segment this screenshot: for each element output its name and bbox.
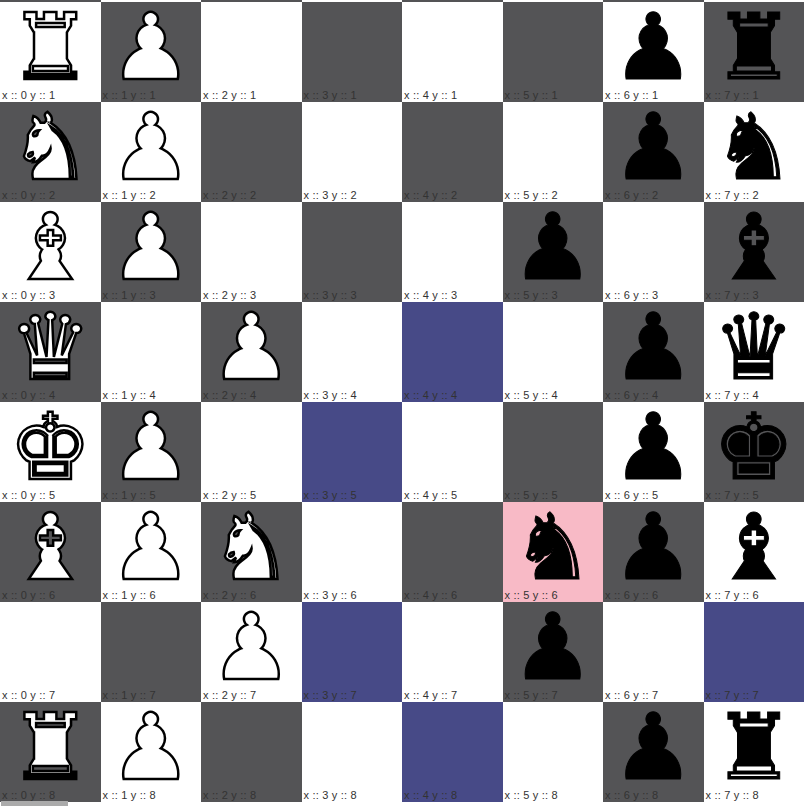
black-pawn-icon[interactable]: ♟ [512, 602, 594, 698]
board-cell-x2-y3[interactable]: x :: 2 y :: 3 [201, 202, 302, 302]
board-cell-x3-y1[interactable]: x :: 3 y :: 1 [302, 2, 403, 102]
board-cell-x5-y3[interactable]: ♟x :: 5 y :: 3 [503, 202, 604, 302]
cell-coordinate-label: x :: 4 y :: 7 [404, 689, 457, 702]
cell-coordinate-label: x :: 1 y :: 7 [103, 689, 156, 702]
board-cell-x3-y2[interactable]: x :: 3 y :: 2 [302, 102, 403, 202]
cell-coordinate-label: x :: 7 y :: 2 [706, 189, 759, 202]
board-cell-x4-y7[interactable]: x :: 4 y :: 7 [402, 602, 503, 702]
white-queen-icon[interactable]: ♛ [9, 302, 91, 398]
board-cell-x0-y2[interactable]: ♞x :: 0 y :: 2 [0, 102, 101, 202]
white-pawn-icon[interactable]: ♟ [110, 102, 192, 198]
black-pawn-icon[interactable]: ♟ [612, 702, 694, 798]
board-cell-x5-y7[interactable]: ♟x :: 5 y :: 7 [503, 602, 604, 702]
cell-coordinate-label: x :: 1 y :: 1 [103, 89, 156, 102]
board-cell-x7-y3[interactable]: ♝x :: 7 y :: 3 [704, 202, 804, 302]
cell-coordinate-label: x :: 0 y :: 7 [2, 689, 55, 702]
board-cell-x7-y7[interactable]: x :: 7 y :: 7 [704, 602, 804, 702]
cell-coordinate-label: x :: 6 y :: 3 [605, 289, 658, 302]
black-knight-icon[interactable]: ♞ [512, 502, 594, 598]
cell-coordinate-label: x :: 5 y :: 8 [505, 789, 558, 802]
board-cell-x0-y6[interactable]: ♝x :: 0 y :: 6 [0, 502, 101, 602]
horizontal-scrollbar-thumb[interactable] [1, 801, 68, 806]
chess-app-viewport: ♜x :: 0 y :: 1♟x :: 1 y :: 1x :: 2 y :: … [0, 0, 804, 806]
cell-coordinate-label: x :: 3 y :: 2 [304, 189, 357, 202]
cell-coordinate-label: x :: 4 y :: 8 [404, 789, 457, 802]
white-pawn-icon[interactable]: ♟ [110, 702, 192, 798]
board-cell-x2-y8[interactable]: x :: 2 y :: 8 [201, 702, 302, 802]
cell-coordinate-label: x :: 5 y :: 3 [505, 289, 558, 302]
cell-coordinate-label: x :: 7 y :: 5 [706, 489, 759, 502]
board-cell-x5-y2[interactable]: x :: 5 y :: 2 [503, 102, 604, 202]
cell-coordinate-label: x :: 1 y :: 3 [103, 289, 156, 302]
cell-coordinate-label: x :: 0 y :: 4 [2, 389, 55, 402]
board-cell-x1-y2[interactable]: ♟x :: 1 y :: 2 [101, 102, 202, 202]
cell-coordinate-label: x :: 0 y :: 3 [2, 289, 55, 302]
black-pawn-icon[interactable]: ♟ [612, 402, 694, 498]
board-cell-x7-y2[interactable]: ♞x :: 7 y :: 2 [704, 102, 804, 202]
white-pawn-icon[interactable]: ♟ [110, 2, 192, 98]
cell-coordinate-label: x :: 0 y :: 5 [2, 489, 55, 502]
cell-coordinate-label: x :: 5 y :: 5 [505, 489, 558, 502]
black-pawn-icon[interactable]: ♟ [512, 202, 594, 298]
white-knight-icon[interactable]: ♞ [210, 502, 292, 598]
cell-coordinate-label: x :: 1 y :: 8 [103, 789, 156, 802]
board-cell-x7-y5[interactable]: ♚x :: 7 y :: 5 [704, 402, 804, 502]
cell-coordinate-label: x :: 2 y :: 6 [203, 589, 256, 602]
board-cell-x1-y6[interactable]: ♟x :: 1 y :: 6 [101, 502, 202, 602]
white-rook-icon[interactable]: ♜ [9, 702, 91, 798]
board-cell-x0-y4[interactable]: ♛x :: 0 y :: 4 [0, 302, 101, 402]
board-cell-x4-y1[interactable]: x :: 4 y :: 1 [402, 2, 503, 102]
board-cell-x2-y2[interactable]: x :: 2 y :: 2 [201, 102, 302, 202]
cell-coordinate-label: x :: 0 y :: 2 [2, 189, 55, 202]
cell-coordinate-label: x :: 0 y :: 1 [2, 89, 55, 102]
cell-coordinate-label: x :: 2 y :: 4 [203, 389, 256, 402]
white-pawn-icon[interactable]: ♟ [210, 602, 292, 698]
board-cell-x1-y4[interactable]: x :: 1 y :: 4 [101, 302, 202, 402]
board-cell-x2-y4[interactable]: ♟x :: 2 y :: 4 [201, 302, 302, 402]
cell-coordinate-label: x :: 5 y :: 7 [505, 689, 558, 702]
board-cell-x0-y3[interactable]: ♝x :: 0 y :: 3 [0, 202, 101, 302]
white-knight-icon[interactable]: ♞ [9, 102, 91, 198]
black-pawn-icon[interactable]: ♟ [612, 502, 694, 598]
board-cell-x2-y1[interactable]: x :: 2 y :: 1 [201, 2, 302, 102]
board-cell-x4-y5[interactable]: x :: 4 y :: 5 [402, 402, 503, 502]
board-cell-x1-y8[interactable]: ♟x :: 1 y :: 8 [101, 702, 202, 802]
cell-coordinate-label: x :: 2 y :: 8 [203, 789, 256, 802]
cell-coordinate-label: x :: 4 y :: 5 [404, 489, 457, 502]
cell-coordinate-label: x :: 3 y :: 3 [304, 289, 357, 302]
board-cell-x1-y3[interactable]: ♟x :: 1 y :: 3 [101, 202, 202, 302]
white-pawn-icon[interactable]: ♟ [110, 202, 192, 298]
cell-coordinate-label: x :: 0 y :: 6 [2, 589, 55, 602]
white-bishop-icon[interactable]: ♝ [9, 202, 91, 298]
cell-coordinate-label: x :: 2 y :: 7 [203, 689, 256, 702]
board-cell-x6-y7[interactable]: x :: 6 y :: 7 [603, 602, 704, 702]
white-pawn-icon[interactable]: ♟ [110, 502, 192, 598]
board-cell-x3-y3[interactable]: x :: 3 y :: 3 [302, 202, 403, 302]
cell-coordinate-label: x :: 6 y :: 6 [605, 589, 658, 602]
board-cell-x4-y6[interactable]: x :: 4 y :: 6 [402, 502, 503, 602]
white-bishop-icon[interactable]: ♝ [9, 502, 91, 598]
board-cell-x7-y6[interactable]: ♝x :: 7 y :: 6 [704, 502, 804, 602]
board-cell-x5-y5[interactable]: x :: 5 y :: 5 [503, 402, 604, 502]
cell-coordinate-label: x :: 6 y :: 5 [605, 489, 658, 502]
cell-coordinate-label: x :: 1 y :: 2 [103, 189, 156, 202]
cell-coordinate-label: x :: 4 y :: 4 [404, 389, 457, 402]
board-cell-x0-y7[interactable]: x :: 0 y :: 7 [0, 602, 101, 702]
board-cell-x5-y8[interactable]: x :: 5 y :: 8 [503, 702, 604, 802]
board-cell-x7-y1[interactable]: ♜x :: 7 y :: 1 [704, 2, 804, 102]
black-queen-icon[interactable]: ♛ [713, 302, 795, 398]
black-knight-icon[interactable]: ♞ [713, 102, 795, 198]
cell-coordinate-label: x :: 4 y :: 3 [404, 289, 457, 302]
white-rook-icon[interactable]: ♜ [9, 2, 91, 98]
board-cell-x1-y7[interactable]: x :: 1 y :: 7 [101, 602, 202, 702]
cell-coordinate-label: x :: 1 y :: 4 [103, 389, 156, 402]
white-king-icon[interactable]: ♚ [9, 402, 91, 498]
cell-coordinate-label: x :: 2 y :: 3 [203, 289, 256, 302]
board-cell-x3-y6[interactable]: x :: 3 y :: 6 [302, 502, 403, 602]
chess-board: ♜x :: 0 y :: 1♟x :: 1 y :: 1x :: 2 y :: … [0, 0, 804, 802]
cell-coordinate-label: x :: 3 y :: 1 [304, 89, 357, 102]
board-cell-x6-y4[interactable]: ♟x :: 6 y :: 4 [603, 302, 704, 402]
cell-coordinate-label: x :: 5 y :: 6 [505, 589, 558, 602]
cell-coordinate-label: x :: 1 y :: 6 [103, 589, 156, 602]
cell-coordinate-label: x :: 7 y :: 6 [706, 589, 759, 602]
black-pawn-icon[interactable]: ♟ [612, 102, 694, 198]
board-cell-x4-y3[interactable]: x :: 4 y :: 3 [402, 202, 503, 302]
cell-coordinate-label: x :: 5 y :: 1 [505, 89, 558, 102]
board-cell-x6-y8[interactable]: ♟x :: 6 y :: 8 [603, 702, 704, 802]
board-cell-x4-y4[interactable]: x :: 4 y :: 4 [402, 302, 503, 402]
board-cell-x2-y5[interactable]: x :: 2 y :: 5 [201, 402, 302, 502]
cell-coordinate-label: x :: 6 y :: 8 [605, 789, 658, 802]
board-cell-x6-y5[interactable]: ♟x :: 6 y :: 5 [603, 402, 704, 502]
board-cell-x0-y8[interactable]: ♜x :: 0 y :: 8 [0, 702, 101, 802]
cell-coordinate-label: x :: 6 y :: 7 [605, 689, 658, 702]
cell-coordinate-label: x :: 7 y :: 1 [706, 89, 759, 102]
board-cell-x5-y6[interactable]: ♞x :: 5 y :: 6 [503, 502, 604, 602]
cell-coordinate-label: x :: 7 y :: 8 [706, 789, 759, 802]
cell-coordinate-label: x :: 2 y :: 5 [203, 489, 256, 502]
board-cell-x5-y4[interactable]: x :: 5 y :: 4 [503, 302, 604, 402]
board-cell-x7-y4[interactable]: ♛x :: 7 y :: 4 [704, 302, 804, 402]
board-cell-x1-y5[interactable]: ♟x :: 1 y :: 5 [101, 402, 202, 502]
cell-coordinate-label: x :: 5 y :: 2 [505, 189, 558, 202]
black-king-icon[interactable]: ♚ [713, 402, 795, 498]
board-cell-x3-y5[interactable]: x :: 3 y :: 5 [302, 402, 403, 502]
white-pawn-icon[interactable]: ♟ [110, 402, 192, 498]
cell-coordinate-label: x :: 1 y :: 5 [103, 489, 156, 502]
cell-coordinate-label: x :: 6 y :: 4 [605, 389, 658, 402]
board-cell-x3-y8[interactable]: x :: 3 y :: 8 [302, 702, 403, 802]
black-bishop-icon[interactable]: ♝ [713, 202, 795, 298]
board-cell-x3-y7[interactable]: x :: 3 y :: 7 [302, 602, 403, 702]
black-rook-icon[interactable]: ♜ [713, 2, 795, 98]
cell-coordinate-label: x :: 3 y :: 5 [304, 489, 357, 502]
black-rook-icon[interactable]: ♜ [713, 702, 795, 798]
cell-coordinate-label: x :: 2 y :: 1 [203, 89, 256, 102]
cell-coordinate-label: x :: 3 y :: 4 [304, 389, 357, 402]
cell-coordinate-label: x :: 7 y :: 4 [706, 389, 759, 402]
board-cell-x5-y1[interactable]: x :: 5 y :: 1 [503, 2, 604, 102]
black-pawn-icon[interactable]: ♟ [612, 302, 694, 398]
cell-coordinate-label: x :: 3 y :: 7 [304, 689, 357, 702]
black-pawn-icon[interactable]: ♟ [612, 2, 694, 98]
board-cell-x2-y7[interactable]: ♟x :: 2 y :: 7 [201, 602, 302, 702]
cell-coordinate-label: x :: 3 y :: 6 [304, 589, 357, 602]
cell-coordinate-label: x :: 7 y :: 7 [706, 689, 759, 702]
board-cell-x6-y1[interactable]: ♟x :: 6 y :: 1 [603, 2, 704, 102]
board-cell-x4-y8[interactable]: x :: 4 y :: 8 [402, 702, 503, 802]
board-cell-x2-y6[interactable]: ♞x :: 2 y :: 6 [201, 502, 302, 602]
board-cell-x6-y3[interactable]: x :: 6 y :: 3 [603, 202, 704, 302]
cell-coordinate-label: x :: 6 y :: 2 [605, 189, 658, 202]
cell-coordinate-label: x :: 5 y :: 4 [505, 389, 558, 402]
cell-coordinate-label: x :: 4 y :: 2 [404, 189, 457, 202]
board-cell-x1-y1[interactable]: ♟x :: 1 y :: 1 [101, 2, 202, 102]
board-cell-x6-y2[interactable]: ♟x :: 6 y :: 2 [603, 102, 704, 202]
board-cell-x6-y6[interactable]: ♟x :: 6 y :: 6 [603, 502, 704, 602]
cell-coordinate-label: x :: 4 y :: 1 [404, 89, 457, 102]
board-cell-x0-y5[interactable]: ♚x :: 0 y :: 5 [0, 402, 101, 502]
board-cell-x3-y4[interactable]: x :: 3 y :: 4 [302, 302, 403, 402]
black-bishop-icon[interactable]: ♝ [713, 502, 795, 598]
board-cell-x0-y1[interactable]: ♜x :: 0 y :: 1 [0, 2, 101, 102]
cell-coordinate-label: x :: 7 y :: 3 [706, 289, 759, 302]
cell-coordinate-label: x :: 6 y :: 1 [605, 89, 658, 102]
board-cell-x4-y2[interactable]: x :: 4 y :: 2 [402, 102, 503, 202]
white-pawn-icon[interactable]: ♟ [210, 302, 292, 398]
board-cell-x7-y8[interactable]: ♜x :: 7 y :: 8 [704, 702, 804, 802]
cell-coordinate-label: x :: 2 y :: 2 [203, 189, 256, 202]
cell-coordinate-label: x :: 3 y :: 8 [304, 789, 357, 802]
cell-coordinate-label: x :: 4 y :: 6 [404, 589, 457, 602]
